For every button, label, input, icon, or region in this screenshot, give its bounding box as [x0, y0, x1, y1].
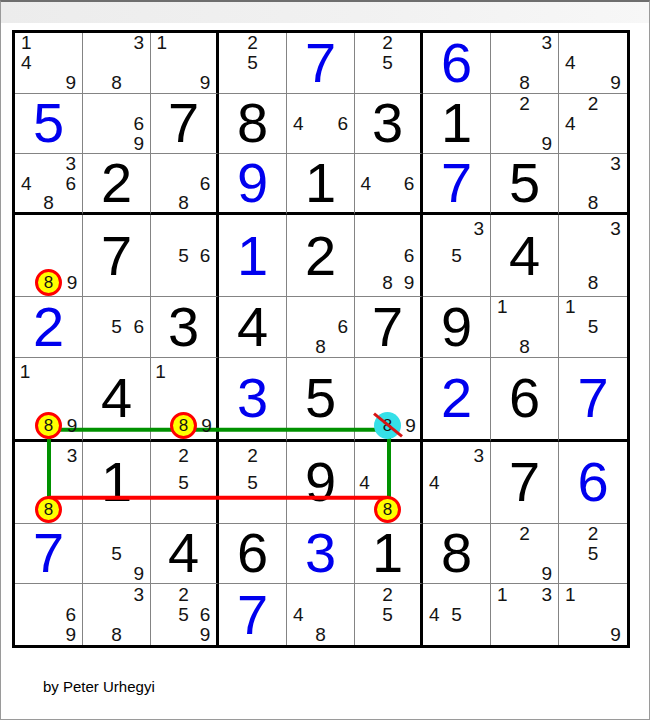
candidate-grid: 69	[83, 94, 150, 154]
cell-r1c2[interactable]: 38	[83, 33, 151, 94]
candidate-digit[interactable]: 5	[377, 53, 399, 73]
cell-r8c9[interactable]: 25	[559, 524, 627, 585]
cell-r8c7[interactable]: 8	[423, 524, 491, 585]
cell-r6c7[interactable]: 2	[423, 358, 491, 442]
candidate-digit[interactable]: 8	[513, 73, 535, 93]
solved-digit: 8	[219, 94, 286, 154]
candidate-digit[interactable]: 9	[536, 563, 558, 583]
cell-r8c1[interactable]: 7	[15, 524, 83, 585]
candidate-grid: 24	[559, 94, 627, 154]
candidate-digit[interactable]: 3	[60, 154, 82, 173]
cell-r6c6[interactable]: 89	[355, 358, 423, 442]
cell-r1c1[interactable]: 149	[15, 33, 83, 94]
candidate-digit[interactable]: 1	[491, 297, 513, 317]
solved-digit: 5	[491, 154, 558, 212]
cell-r7c8[interactable]: 7	[491, 442, 559, 524]
candidate-digit[interactable]: 3	[62, 442, 82, 469]
candidate-digit[interactable]: 6	[128, 114, 150, 134]
candidate-digit[interactable]: 1	[151, 358, 170, 385]
solved-digit: 7	[151, 94, 216, 154]
candidate-digit[interactable]: 2	[173, 442, 195, 469]
cell-r2c7[interactable]: 1	[423, 94, 491, 155]
cell-r5c7[interactable]: 9	[423, 297, 491, 358]
candidate-grid: 19	[559, 584, 627, 645]
candidate-digit[interactable]: 5	[173, 242, 195, 269]
cell-r6c2[interactable]: 4	[83, 358, 151, 442]
cell-r1c3[interactable]: 19	[151, 33, 219, 94]
candidate-digit[interactable]: 6	[194, 174, 216, 193]
candidate-grid: 25	[219, 442, 286, 523]
cell-r9c3[interactable]: 2569	[151, 584, 219, 645]
screenshot-root: 1493819257256384956978463129243468268914…	[0, 0, 650, 720]
candidate-digit[interactable]: 9	[194, 73, 216, 93]
cell-r1c8[interactable]: 38	[491, 33, 559, 94]
candidate-grid: 69	[15, 584, 82, 645]
candidate-digit[interactable]: 6	[194, 242, 216, 269]
cell-r9c9[interactable]: 19	[559, 584, 627, 645]
candidate-grid: 34	[423, 442, 490, 523]
solved-digit: 3	[219, 358, 286, 439]
candidate-grid: 25	[559, 524, 627, 584]
solved-digit: 6	[423, 33, 490, 93]
candidate-grid: 25	[355, 584, 420, 645]
candidate-digit[interactable]: 5	[105, 544, 127, 564]
cell-r1c6[interactable]: 25	[355, 33, 423, 94]
candidate-grid: 49	[559, 33, 627, 93]
candidate-digit[interactable]: 6	[332, 114, 354, 134]
candidate-digit[interactable]: 5	[445, 242, 467, 269]
candidate-digit[interactable]: 8	[513, 337, 535, 357]
candidate-digit[interactable]: 3	[536, 584, 558, 604]
cell-r3c2[interactable]: 2	[83, 154, 151, 215]
cell-r4c7[interactable]: 35	[423, 215, 491, 297]
cell-r8c2[interactable]: 59	[83, 524, 151, 585]
candidate-digit[interactable]: 9	[604, 625, 627, 645]
candidate-digit[interactable]: 4	[15, 53, 37, 73]
candidate-grid: 13	[491, 584, 558, 645]
candidate-digit[interactable]: 3	[536, 33, 558, 53]
candidate-grid: 46	[355, 154, 420, 212]
candidate-digit[interactable]: 6	[398, 174, 420, 193]
candidate-digit[interactable]: 9	[197, 412, 216, 439]
cell-r2c1[interactable]: 5	[15, 94, 83, 155]
candidate-digit[interactable]: 9	[536, 133, 558, 153]
cell-r6c5[interactable]: 5	[287, 358, 355, 442]
candidate-grid: 35	[423, 215, 490, 296]
cell-r8c6[interactable]: 1	[355, 524, 423, 585]
candidate-grid: 189	[15, 358, 82, 439]
cell-r6c8[interactable]: 6	[491, 358, 559, 442]
candidate-grid: 38	[491, 33, 558, 93]
cell-r5c9[interactable]: 15	[559, 297, 627, 358]
candidate-digit[interactable]: 5	[582, 317, 605, 337]
candidate-grid: 56	[83, 297, 150, 357]
candidate-digit[interactable]: 2	[582, 94, 605, 114]
cell-r3c1[interactable]: 3468	[15, 154, 83, 215]
cell-r5c4[interactable]: 4	[219, 297, 287, 358]
cell-r6c1[interactable]: 189	[15, 358, 83, 442]
eliminated-candidate[interactable]: 8	[374, 412, 401, 439]
candidate-digit[interactable]: 5	[173, 605, 195, 625]
solved-digit: 1	[219, 215, 286, 296]
cell-r4c8[interactable]: 4	[491, 215, 559, 297]
sudoku-board: 1493819257256384956978463129243468268914…	[12, 30, 630, 648]
solved-digit: 4	[491, 215, 558, 296]
candidate-grid: 29	[491, 524, 558, 584]
candidate-digit[interactable]: 4	[355, 469, 374, 496]
candidate-grid: 149	[15, 33, 82, 93]
candidate-digit[interactable]: 6	[128, 317, 150, 337]
candidate-digit[interactable]: 8	[105, 625, 127, 645]
candidate-grid: 38	[559, 154, 627, 212]
candidate-digit[interactable]: 3	[468, 442, 490, 469]
chain-node-circle[interactable]: 8	[35, 412, 62, 439]
candidate-digit[interactable]: 5	[173, 469, 195, 496]
cell-r4c6[interactable]: 689	[355, 215, 423, 297]
candidate-digit[interactable]: 8	[582, 193, 605, 212]
cell-r4c3[interactable]: 56	[151, 215, 219, 297]
cell-r2c4[interactable]: 8	[219, 94, 287, 155]
solved-digit: 4	[83, 358, 150, 439]
candidate-grid: 89	[355, 358, 420, 439]
candidate-grid: 48	[287, 584, 354, 645]
chain-node-circle[interactable]: 8	[35, 496, 62, 523]
candidate-grid: 48	[355, 442, 420, 523]
candidate-digit[interactable]: 6	[332, 317, 354, 337]
candidate-digit[interactable]: 2	[377, 33, 399, 53]
candidate-digit[interactable]: 3	[128, 584, 150, 604]
cell-r5c5[interactable]: 68	[287, 297, 355, 358]
cell-r3c4[interactable]: 9	[219, 154, 287, 215]
candidate-digit[interactable]: 6	[194, 605, 216, 625]
candidate-digit[interactable]: 1	[151, 33, 173, 53]
candidate-grid: 25	[355, 33, 420, 93]
candidate-digit[interactable]: 3	[468, 215, 490, 242]
candidate-grid: 46	[287, 94, 354, 154]
candidate-digit[interactable]: 2	[241, 33, 263, 53]
cell-r7c7[interactable]: 34	[423, 442, 491, 524]
solved-digit: 1	[287, 154, 354, 212]
candidate-digit[interactable]: 8	[37, 193, 59, 212]
candidate-grid: 56	[151, 215, 216, 296]
candidate-grid: 38	[83, 33, 150, 93]
cell-r4c1[interactable]: 89	[15, 215, 83, 297]
candidate-grid: 89	[15, 215, 82, 296]
candidate-digit[interactable]: 2	[241, 442, 263, 469]
candidate-digit[interactable]: 3	[604, 154, 627, 173]
solved-digit: 7	[491, 442, 558, 523]
window-toolbar	[1, 2, 649, 23]
candidate-digit[interactable]: 9	[398, 269, 420, 296]
author-credit: by Peter Urhegyi	[43, 678, 155, 695]
candidate-grid: 68	[287, 297, 354, 357]
cell-r8c5[interactable]: 3	[287, 524, 355, 585]
solved-digit: 1	[83, 442, 150, 523]
cell-r4c4[interactable]: 1	[219, 215, 287, 297]
cell-r7c1[interactable]: 38	[15, 442, 83, 524]
candidate-grid: 15	[559, 297, 627, 357]
candidate-digit[interactable]: 1	[15, 358, 35, 385]
candidate-digit[interactable]: 4	[559, 53, 582, 73]
solved-digit: 7	[287, 33, 354, 93]
cell-r3c6[interactable]: 46	[355, 154, 423, 215]
candidate-digit[interactable]: 8	[377, 269, 399, 296]
candidate-grid: 38	[559, 215, 627, 296]
candidate-grid: 38	[15, 442, 82, 523]
candidate-digit[interactable]: 6	[60, 174, 82, 193]
solved-digit: 1	[423, 94, 490, 154]
candidate-digit[interactable]: 1	[15, 33, 37, 53]
cell-r3c9[interactable]: 38	[559, 154, 627, 215]
cell-r7c9[interactable]: 6	[559, 442, 627, 524]
candidate-digit[interactable]: 2	[377, 584, 399, 604]
candidate-digit[interactable]: 4	[423, 469, 445, 496]
candidate-digit[interactable]: 9	[62, 412, 82, 439]
cell-r2c6[interactable]: 3	[355, 94, 423, 155]
candidate-digit[interactable]: 9	[604, 73, 627, 93]
cell-r3c8[interactable]: 5	[491, 154, 559, 215]
candidate-digit[interactable]: 1	[559, 297, 582, 317]
candidate-digit[interactable]: 1	[559, 584, 582, 604]
candidate-digit[interactable]: 9	[60, 625, 82, 645]
solved-digit: 4	[219, 297, 286, 357]
cell-r1c4[interactable]: 25	[219, 33, 287, 94]
candidate-digit[interactable]: 8	[582, 269, 605, 296]
cell-r6c3[interactable]: 189	[151, 358, 219, 442]
candidate-digit[interactable]: 4	[287, 114, 309, 134]
cell-r7c5[interactable]: 9	[287, 442, 355, 524]
candidate-digit[interactable]: 8	[309, 337, 331, 357]
cell-r3c7[interactable]: 7	[423, 154, 491, 215]
solved-digit: 1	[355, 524, 420, 584]
candidate-grid: 25	[219, 33, 286, 93]
cell-r6c4[interactable]: 3	[219, 358, 287, 442]
cell-r1c5[interactable]: 7	[287, 33, 355, 94]
candidate-digit[interactable]: 5	[582, 544, 605, 564]
candidate-grid: 18	[491, 297, 558, 357]
candidate-digit[interactable]: 6	[398, 242, 420, 269]
candidate-digit[interactable]: 4	[355, 174, 377, 193]
candidate-digit[interactable]: 3	[604, 215, 627, 242]
candidate-digit[interactable]: 1	[491, 584, 513, 604]
cell-r7c6[interactable]: 48	[355, 442, 423, 524]
cell-r2c5[interactable]: 46	[287, 94, 355, 155]
candidate-grid: 25	[151, 442, 216, 523]
cell-r3c5[interactable]: 1	[287, 154, 355, 215]
solved-digit: 6	[491, 358, 558, 439]
candidate-grid: 2569	[151, 584, 216, 645]
solved-digit: 7	[423, 154, 490, 212]
solved-digit: 9	[287, 442, 354, 523]
candidate-grid: 29	[491, 94, 558, 154]
cell-r5c3[interactable]: 3	[151, 297, 219, 358]
cell-r5c6[interactable]: 7	[355, 297, 423, 358]
solved-digit: 7	[83, 215, 150, 296]
solved-digit: 2	[423, 358, 490, 439]
cell-r5c2[interactable]: 56	[83, 297, 151, 358]
candidate-digit[interactable]: 9	[62, 269, 82, 296]
cell-r9c4[interactable]: 7	[219, 584, 287, 645]
solved-digit: 7	[219, 584, 286, 645]
candidate-digit[interactable]: 5	[241, 469, 263, 496]
solved-digit: 9	[423, 297, 490, 357]
cell-r5c8[interactable]: 18	[491, 297, 559, 358]
cell-r9c8[interactable]: 13	[491, 584, 559, 645]
candidate-digit[interactable]: 5	[445, 605, 467, 625]
cell-r2c2[interactable]: 69	[83, 94, 151, 155]
chain-node-circle[interactable]: 8	[35, 269, 62, 296]
solved-digit: 6	[219, 524, 286, 584]
solved-digit: 2	[287, 215, 354, 296]
cell-r1c9[interactable]: 49	[559, 33, 627, 94]
cell-r8c3[interactable]: 4	[151, 524, 219, 585]
cell-r7c2[interactable]: 1	[83, 442, 151, 524]
candidate-grid: 689	[355, 215, 420, 296]
cell-r2c9[interactable]: 24	[559, 94, 627, 155]
cell-r7c3[interactable]: 25	[151, 442, 219, 524]
candidate-grid: 38	[83, 584, 150, 645]
candidate-grid: 3468	[15, 154, 82, 212]
cell-r8c8[interactable]: 29	[491, 524, 559, 585]
candidate-digit[interactable]: 4	[423, 605, 445, 625]
cell-r2c8[interactable]: 29	[491, 94, 559, 155]
candidate-digit[interactable]: 8	[173, 193, 195, 212]
solved-digit: 8	[423, 524, 490, 584]
cell-r4c9[interactable]: 38	[559, 215, 627, 297]
candidate-digit[interactable]: 4	[287, 605, 309, 625]
candidate-digit[interactable]: 9	[194, 625, 216, 645]
candidate-digit[interactable]: 9	[128, 133, 150, 153]
candidate-digit[interactable]: 8	[105, 73, 127, 93]
cell-r9c2[interactable]: 38	[83, 584, 151, 645]
candidate-digit[interactable]: 2	[173, 584, 195, 604]
cell-r3c3[interactable]: 68	[151, 154, 219, 215]
solved-digit: 6	[559, 442, 627, 523]
solved-digit: 3	[151, 297, 216, 357]
candidate-digit[interactable]: 8	[309, 625, 331, 645]
candidate-digit[interactable]: 9	[128, 563, 150, 583]
candidate-grid: 45	[423, 584, 490, 645]
cell-r8c4[interactable]: 6	[219, 524, 287, 585]
candidate-digit[interactable]: 2	[513, 94, 535, 114]
candidate-grid: 68	[151, 154, 216, 212]
chain-node-circle[interactable]: 8	[374, 496, 401, 523]
solved-digit: 7	[355, 297, 420, 357]
cell-r9c1[interactable]: 69	[15, 584, 83, 645]
cell-r9c7[interactable]: 45	[423, 584, 491, 645]
candidate-digit[interactable]: 4	[15, 174, 37, 193]
candidate-grid: 189	[151, 358, 216, 439]
candidate-grid: 59	[83, 524, 150, 584]
candidate-digit[interactable]: 9	[401, 412, 420, 439]
solved-digit: 5	[15, 94, 82, 154]
cell-r6c9[interactable]: 7	[559, 358, 627, 442]
candidate-digit[interactable]: 9	[60, 73, 82, 93]
chain-node-circle[interactable]: 8	[170, 412, 197, 439]
solved-digit: 3	[287, 524, 354, 584]
cell-r2c3[interactable]: 7	[151, 94, 219, 155]
cell-r7c4[interactable]: 25	[219, 442, 287, 524]
solved-digit: 3	[355, 94, 420, 154]
cell-r4c5[interactable]: 2	[287, 215, 355, 297]
solved-digit: 2	[15, 297, 82, 357]
cell-r9c5[interactable]: 48	[287, 584, 355, 645]
solved-digit: 2	[83, 154, 150, 212]
candidate-digit[interactable]: 6	[60, 605, 82, 625]
cell-r5c1[interactable]: 2	[15, 297, 83, 358]
candidate-digit[interactable]: 2	[513, 524, 535, 544]
candidate-digit[interactable]: 4	[559, 114, 582, 134]
cell-r9c6[interactable]: 25	[355, 584, 423, 645]
solved-digit: 7	[559, 358, 627, 439]
solved-digit: 9	[219, 154, 286, 212]
solved-digit: 4	[151, 524, 216, 584]
candidate-digit[interactable]: 3	[128, 33, 150, 53]
solved-digit: 7	[15, 524, 82, 584]
candidate-digit[interactable]: 5	[241, 53, 263, 73]
candidate-digit[interactable]: 2	[582, 524, 605, 544]
candidate-digit[interactable]: 5	[377, 605, 399, 625]
cell-r1c7[interactable]: 6	[423, 33, 491, 94]
solved-digit: 5	[287, 358, 354, 439]
candidate-grid: 19	[151, 33, 216, 93]
cell-r4c2[interactable]: 7	[83, 215, 151, 297]
candidate-digit[interactable]: 5	[105, 317, 127, 337]
